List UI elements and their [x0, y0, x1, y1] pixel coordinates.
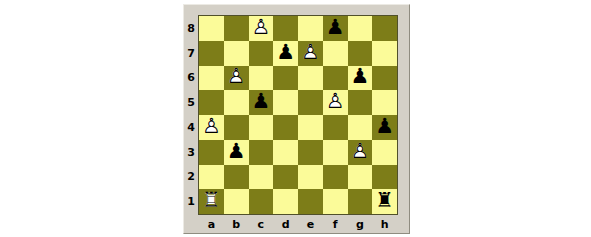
rank-label-5: 5 — [184, 90, 198, 115]
white-pawn-fill: ♟ — [224, 65, 249, 90]
square-g5[interactable] — [348, 90, 373, 115]
square-h2[interactable] — [372, 165, 397, 190]
chessboard: ♟♙♟♟♟♙♟♙♟♟♟♙♟♙♟♟♟♙♜♖♜ — [198, 15, 398, 215]
square-a6[interactable] — [199, 66, 224, 91]
file-label-h: h — [372, 216, 397, 232]
white-pawn[interactable]: ♙ — [199, 114, 224, 139]
rank-label-2: 2 — [184, 165, 198, 190]
square-a7[interactable] — [199, 41, 224, 66]
black-pawn[interactable]: ♟ — [323, 15, 348, 40]
square-f1[interactable] — [323, 189, 348, 214]
black-pawn[interactable]: ♟ — [372, 114, 397, 139]
black-pawn[interactable]: ♟ — [273, 40, 298, 65]
square-f2[interactable] — [323, 165, 348, 190]
square-g7[interactable] — [348, 41, 373, 66]
square-c3[interactable] — [249, 140, 274, 165]
black-rook[interactable]: ♜ — [372, 188, 397, 213]
white-pawn-fill: ♟ — [249, 15, 274, 40]
square-e8[interactable] — [298, 16, 323, 41]
square-d3[interactable] — [273, 140, 298, 165]
square-h4[interactable]: ♟ — [372, 115, 397, 140]
square-a1[interactable]: ♜♖ — [199, 189, 224, 214]
square-h3[interactable] — [372, 140, 397, 165]
rank-label-3: 3 — [184, 140, 198, 165]
rank-label-7: 7 — [184, 41, 198, 66]
file-label-b: b — [224, 216, 249, 232]
square-c5[interactable]: ♟ — [249, 90, 274, 115]
white-pawn[interactable]: ♙ — [224, 65, 249, 90]
file-label-f: f — [323, 216, 348, 232]
white-pawn-fill: ♟ — [348, 139, 373, 164]
white-pawn-fill: ♟ — [323, 89, 348, 114]
square-f4[interactable] — [323, 115, 348, 140]
square-b6[interactable]: ♟♙ — [224, 66, 249, 91]
black-pawn[interactable]: ♟ — [249, 89, 274, 114]
white-pawn[interactable]: ♙ — [323, 89, 348, 114]
square-f3[interactable] — [323, 140, 348, 165]
square-a2[interactable] — [199, 165, 224, 190]
square-e3[interactable] — [298, 140, 323, 165]
square-c7[interactable] — [249, 41, 274, 66]
square-d1[interactable] — [273, 189, 298, 214]
page-background: 87654321 ♟♙♟♟♟♙♟♙♟♟♟♙♟♙♟♟♟♙♜♖♜ abcdefgh — [0, 0, 591, 237]
square-c1[interactable] — [249, 189, 274, 214]
white-rook-fill: ♜ — [199, 188, 224, 213]
square-b2[interactable] — [224, 165, 249, 190]
square-a4[interactable]: ♟♙ — [199, 115, 224, 140]
square-f8[interactable]: ♟ — [323, 16, 348, 41]
square-e6[interactable] — [298, 66, 323, 91]
file-label-g: g — [348, 216, 373, 232]
square-h1[interactable]: ♜ — [372, 189, 397, 214]
file-labels: abcdefgh — [199, 216, 397, 232]
square-c2[interactable] — [249, 165, 274, 190]
file-label-c: c — [249, 216, 274, 232]
square-e1[interactable] — [298, 189, 323, 214]
square-b5[interactable] — [224, 90, 249, 115]
square-e7[interactable]: ♟♙ — [298, 41, 323, 66]
square-d5[interactable] — [273, 90, 298, 115]
square-d4[interactable] — [273, 115, 298, 140]
square-b7[interactable] — [224, 41, 249, 66]
square-e2[interactable] — [298, 165, 323, 190]
file-label-a: a — [199, 216, 224, 232]
white-pawn-fill: ♟ — [298, 40, 323, 65]
square-a3[interactable] — [199, 140, 224, 165]
square-g3[interactable]: ♟♙ — [348, 140, 373, 165]
square-a8[interactable] — [199, 16, 224, 41]
square-h8[interactable] — [372, 16, 397, 41]
file-label-e: e — [298, 216, 323, 232]
rank-label-6: 6 — [184, 66, 198, 91]
white-pawn[interactable]: ♙ — [298, 40, 323, 65]
white-rook[interactable]: ♖ — [199, 188, 224, 213]
board-frame: 87654321 ♟♙♟♟♟♙♟♙♟♟♟♙♟♙♟♟♟♙♜♖♜ abcdefgh — [183, 4, 410, 234]
square-b8[interactable] — [224, 16, 249, 41]
black-pawn[interactable]: ♟ — [348, 65, 373, 90]
square-g4[interactable] — [348, 115, 373, 140]
square-f7[interactable] — [323, 41, 348, 66]
square-d6[interactable] — [273, 66, 298, 91]
white-pawn[interactable]: ♙ — [249, 15, 274, 40]
rank-label-8: 8 — [184, 16, 198, 41]
rank-labels: 87654321 — [184, 16, 198, 214]
square-d2[interactable] — [273, 165, 298, 190]
file-label-d: d — [273, 216, 298, 232]
square-c6[interactable] — [249, 66, 274, 91]
square-d7[interactable]: ♟ — [273, 41, 298, 66]
square-c8[interactable]: ♟♙ — [249, 16, 274, 41]
rank-label-4: 4 — [184, 115, 198, 140]
black-pawn[interactable]: ♟ — [224, 139, 249, 164]
square-a5[interactable] — [199, 90, 224, 115]
square-e4[interactable] — [298, 115, 323, 140]
square-g2[interactable] — [348, 165, 373, 190]
square-h5[interactable] — [372, 90, 397, 115]
square-c4[interactable] — [249, 115, 274, 140]
square-e5[interactable] — [298, 90, 323, 115]
square-g8[interactable] — [348, 16, 373, 41]
white-pawn-fill: ♟ — [199, 114, 224, 139]
square-g1[interactable] — [348, 189, 373, 214]
square-b3[interactable]: ♟ — [224, 140, 249, 165]
square-h6[interactable] — [372, 66, 397, 91]
square-g6[interactable]: ♟ — [348, 66, 373, 91]
square-b1[interactable] — [224, 189, 249, 214]
white-pawn[interactable]: ♙ — [348, 139, 373, 164]
square-b4[interactable] — [224, 115, 249, 140]
square-f6[interactable] — [323, 66, 348, 91]
square-h7[interactable] — [372, 41, 397, 66]
square-f5[interactable]: ♟♙ — [323, 90, 348, 115]
square-d8[interactable] — [273, 16, 298, 41]
rank-label-1: 1 — [184, 189, 198, 214]
